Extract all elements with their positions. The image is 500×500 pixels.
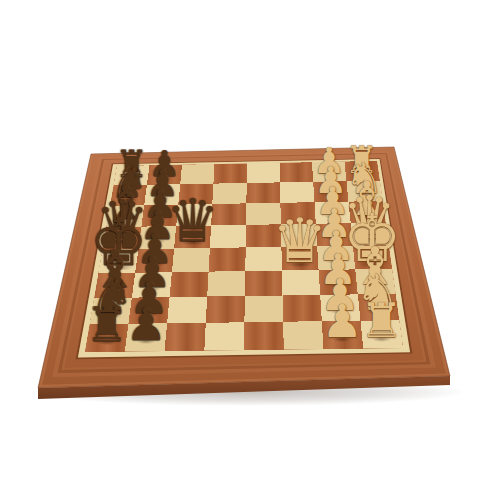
square-a6[interactable] — [180, 164, 214, 184]
piece-white-rook-h1[interactable]: ♜ — [360, 297, 403, 345]
piece-black-pawn-h7[interactable]: ♟ — [126, 302, 167, 348]
piece-black-queen-d6[interactable]: ♛ — [166, 191, 219, 250]
square-h6[interactable] — [165, 323, 206, 351]
chess-board — [0, 0, 500, 500]
piece-black-rook-h8[interactable]: ♜ — [86, 300, 129, 348]
square-b3[interactable] — [280, 182, 315, 203]
square-g3[interactable] — [283, 295, 322, 322]
chess-set-product-photo: ♜♟♟♜♞♟♟♞♝♟♟♝♛♟♛♟♛♚♟♛♟♚♝♟♟♝♞♟♟♞♜♟♟♜ — [0, 0, 500, 500]
square-h3[interactable] — [283, 321, 323, 349]
square-g6[interactable] — [167, 297, 207, 324]
square-a5[interactable] — [213, 164, 247, 184]
square-g4[interactable] — [244, 296, 283, 323]
square-a3[interactable] — [280, 162, 314, 182]
piece-white-pawn-h2[interactable]: ♟ — [322, 299, 363, 345]
square-a4[interactable] — [247, 163, 280, 183]
square-h5[interactable] — [204, 322, 244, 350]
square-g5[interactable] — [206, 296, 245, 323]
square-b4[interactable] — [246, 182, 280, 203]
square-h4[interactable] — [244, 322, 284, 350]
square-f5[interactable] — [207, 271, 245, 296]
square-f6[interactable] — [170, 272, 209, 298]
